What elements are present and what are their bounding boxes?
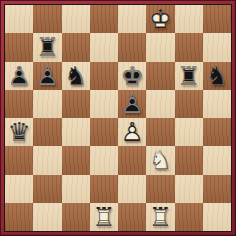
square-f2[interactable] [146, 175, 174, 203]
rook-glyph-fill: ♜ [175, 62, 203, 90]
square-c6[interactable]: ♞♘ [62, 62, 90, 90]
square-a5[interactable] [5, 90, 33, 118]
rook-glyph-outline: ♖ [33, 33, 61, 61]
square-g6[interactable]: ♜♖ [175, 62, 203, 90]
square-g4[interactable] [175, 118, 203, 146]
queen-glyph-fill: ♛ [5, 118, 33, 146]
square-g5[interactable] [175, 90, 203, 118]
square-b6[interactable]: ♟♙ [33, 62, 61, 90]
square-f1[interactable]: ♜♖ [146, 203, 174, 231]
square-c5[interactable] [62, 90, 90, 118]
square-e2[interactable] [118, 175, 146, 203]
knight-glyph-fill: ♞ [146, 146, 174, 174]
square-e7[interactable] [118, 33, 146, 61]
square-f7[interactable] [146, 33, 174, 61]
square-d4[interactable] [90, 118, 118, 146]
square-g1[interactable] [175, 203, 203, 231]
queen-glyph-outline: ♕ [5, 118, 33, 146]
square-f5[interactable] [146, 90, 174, 118]
pawn-glyph-fill: ♟ [118, 90, 146, 118]
square-b7[interactable]: ♜♖ [33, 33, 61, 61]
pawn-glyph-outline: ♙ [118, 118, 146, 146]
square-b4[interactable] [33, 118, 61, 146]
square-d3[interactable] [90, 146, 118, 174]
square-a3[interactable] [5, 146, 33, 174]
king-glyph-outline: ♔ [118, 62, 146, 90]
square-c4[interactable] [62, 118, 90, 146]
black-pawn-icon[interactable]: ♟♙ [118, 90, 146, 118]
square-d2[interactable] [90, 175, 118, 203]
black-rook-icon[interactable]: ♜♖ [175, 62, 203, 90]
chess-board: ♚♔♜♖♟♙♟♙♞♘♚♔♜♖♞♘♟♙♛♕♟♙♞♘♜♖♜♖ [5, 5, 231, 231]
board-inner-line: ♚♔♜♖♟♙♟♙♞♘♚♔♜♖♞♘♟♙♛♕♟♙♞♘♜♖♜♖ [4, 4, 232, 232]
white-knight-icon[interactable]: ♞♘ [146, 146, 174, 174]
square-g8[interactable] [175, 5, 203, 33]
pawn-glyph-outline: ♙ [33, 62, 61, 90]
board-frame: ♚♔♜♖♟♙♟♙♞♘♚♔♜♖♞♘♟♙♛♕♟♙♞♘♜♖♜♖ [0, 0, 236, 236]
square-e4[interactable]: ♟♙ [118, 118, 146, 146]
square-h4[interactable] [203, 118, 231, 146]
black-pawn-icon[interactable]: ♟♙ [5, 62, 33, 90]
knight-glyph-fill: ♞ [62, 62, 90, 90]
square-d8[interactable] [90, 5, 118, 33]
pawn-glyph-outline: ♙ [118, 90, 146, 118]
square-h1[interactable] [203, 203, 231, 231]
knight-glyph-outline: ♘ [203, 62, 231, 90]
square-d7[interactable] [90, 33, 118, 61]
square-h6[interactable]: ♞♘ [203, 62, 231, 90]
square-g7[interactable] [175, 33, 203, 61]
square-f3[interactable]: ♞♘ [146, 146, 174, 174]
square-c1[interactable] [62, 203, 90, 231]
square-b8[interactable] [33, 5, 61, 33]
rook-glyph-outline: ♖ [146, 203, 174, 231]
rook-glyph-fill: ♜ [90, 203, 118, 231]
knight-glyph-outline: ♘ [62, 62, 90, 90]
square-f6[interactable] [146, 62, 174, 90]
square-a8[interactable] [5, 5, 33, 33]
rook-glyph-fill: ♜ [146, 203, 174, 231]
black-pawn-icon[interactable]: ♟♙ [33, 62, 61, 90]
black-knight-icon[interactable]: ♞♘ [62, 62, 90, 90]
square-c7[interactable] [62, 33, 90, 61]
square-c3[interactable] [62, 146, 90, 174]
square-b5[interactable] [33, 90, 61, 118]
square-d5[interactable] [90, 90, 118, 118]
square-f4[interactable] [146, 118, 174, 146]
king-glyph-fill: ♚ [146, 5, 174, 33]
square-e8[interactable] [118, 5, 146, 33]
square-a2[interactable] [5, 175, 33, 203]
pawn-glyph-outline: ♙ [5, 62, 33, 90]
square-a4[interactable]: ♛♕ [5, 118, 33, 146]
square-a7[interactable] [5, 33, 33, 61]
rook-glyph-outline: ♖ [175, 62, 203, 90]
square-h3[interactable] [203, 146, 231, 174]
pawn-glyph-fill: ♟ [5, 62, 33, 90]
black-king-icon[interactable]: ♚♔ [118, 62, 146, 90]
square-d1[interactable]: ♜♖ [90, 203, 118, 231]
rook-glyph-fill: ♜ [33, 33, 61, 61]
knight-glyph-fill: ♞ [203, 62, 231, 90]
square-e5[interactable]: ♟♙ [118, 90, 146, 118]
square-f8[interactable]: ♚♔ [146, 5, 174, 33]
square-b2[interactable] [33, 175, 61, 203]
black-rook-icon[interactable]: ♜♖ [33, 33, 61, 61]
square-g3[interactable] [175, 146, 203, 174]
black-queen-icon[interactable]: ♛♕ [5, 118, 33, 146]
pawn-glyph-fill: ♟ [33, 62, 61, 90]
square-h7[interactable] [203, 33, 231, 61]
square-c2[interactable] [62, 175, 90, 203]
square-h8[interactable] [203, 5, 231, 33]
knight-glyph-outline: ♘ [146, 146, 174, 174]
square-h5[interactable] [203, 90, 231, 118]
king-glyph-outline: ♔ [146, 5, 174, 33]
rook-glyph-outline: ♖ [90, 203, 118, 231]
white-pawn-icon[interactable]: ♟♙ [118, 118, 146, 146]
square-a1[interactable] [5, 203, 33, 231]
square-g2[interactable] [175, 175, 203, 203]
square-c8[interactable] [62, 5, 90, 33]
king-glyph-fill: ♚ [118, 62, 146, 90]
square-b3[interactable] [33, 146, 61, 174]
square-e3[interactable] [118, 146, 146, 174]
square-e6[interactable]: ♚♔ [118, 62, 146, 90]
black-knight-icon[interactable]: ♞♘ [203, 62, 231, 90]
white-rook-icon[interactable]: ♜♖ [146, 203, 174, 231]
pawn-glyph-fill: ♟ [118, 118, 146, 146]
square-e1[interactable] [118, 203, 146, 231]
square-h2[interactable] [203, 175, 231, 203]
square-d6[interactable] [90, 62, 118, 90]
square-a6[interactable]: ♟♙ [5, 62, 33, 90]
white-rook-icon[interactable]: ♜♖ [90, 203, 118, 231]
square-b1[interactable] [33, 203, 61, 231]
white-king-icon[interactable]: ♚♔ [146, 5, 174, 33]
